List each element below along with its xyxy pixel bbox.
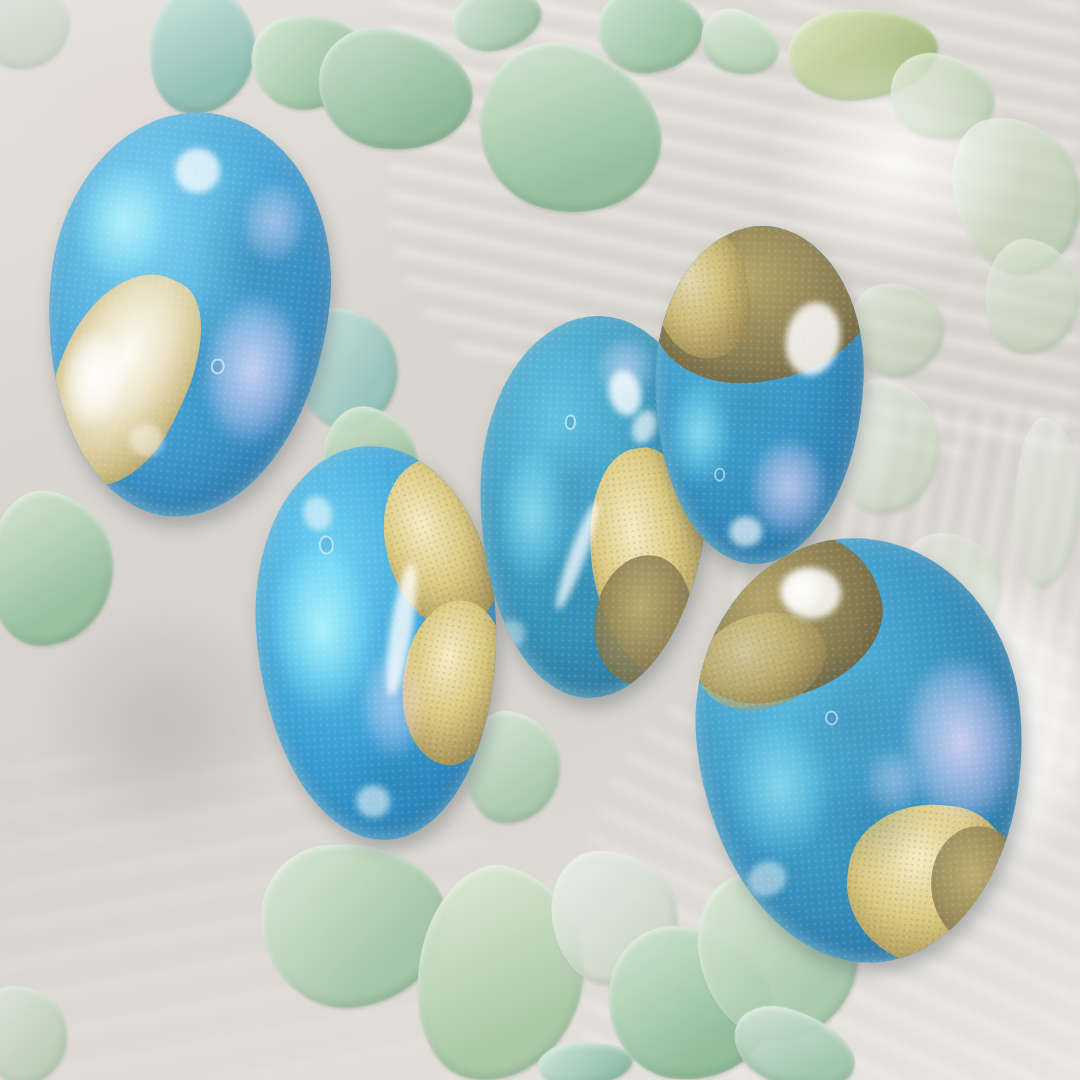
nail-tip-1 [28,98,349,530]
irid-accent-patch [348,632,437,778]
irid-accent-patch [178,267,326,474]
nail-tip-5 [680,525,1041,977]
golddark-accent-patch [649,222,869,388]
dark-accent-patch [789,736,948,897]
silver-accent-patch [28,251,229,508]
white-accent-patch [743,855,792,902]
white-accent-patch [605,367,646,419]
irid-accent-patch [737,421,841,553]
bubble-accent-patch [318,535,333,555]
dark-accent-patch [519,409,627,565]
bubble-accent-patch [565,414,577,430]
cyan-accent-patch [251,516,394,739]
white-accent-patch [781,567,840,619]
gold-accent-patch [388,592,507,774]
white-accent-patch [550,500,604,613]
glare-accent-patch [766,557,836,622]
white-accent-patch [728,515,763,548]
golddark-accent-patch [584,547,701,692]
irid-accent-patch [877,625,1041,858]
dark-accent-patch [380,460,496,623]
irid-accent-patch [586,323,666,410]
dark-accent-patch [118,260,276,456]
bubble-accent-patch [714,468,725,482]
cyan-accent-patch [55,139,188,304]
nail-tip-2 [247,440,507,846]
white-accent-patch [779,297,847,381]
bubble-accent-patch [210,358,226,376]
golddark-accent-patch [926,822,1034,949]
bubble-accent-patch [824,710,838,726]
gold-accent-patch [649,225,756,365]
white-accent-patch [380,562,422,698]
cyan-accent-patch [486,427,579,602]
irid-accent-patch [853,736,932,827]
white-accent-patch [299,493,335,534]
dark-accent-patch [759,626,936,810]
white-accent-patch [170,144,224,198]
golddark-accent-patch [680,525,901,725]
cyan-accent-patch [706,693,851,882]
photo-scene [0,0,1080,1080]
dark-accent-patch [169,144,345,382]
white-accent-patch [355,784,391,818]
glare-accent-patch [46,309,143,447]
white-accent-patch [125,419,168,461]
dark-accent-patch [525,512,621,649]
dark-accent-patch [690,352,808,457]
gold-accent-patch [837,795,1024,976]
dark-accent-patch [321,718,459,835]
irid-accent-patch [226,165,321,279]
nail-tips-layer [0,0,1080,1080]
gold-accent-patch [684,595,838,727]
white-accent-patch [499,616,529,648]
